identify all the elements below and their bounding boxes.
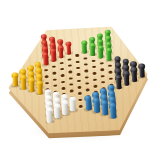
board-hole-empty[interactable]	[53, 72, 57, 75]
peg-black[interactable]	[130, 67, 138, 82]
peg-body	[20, 79, 26, 90]
peg-body	[37, 84, 43, 95]
peg-body	[43, 56, 49, 66]
peg-blue[interactable]	[84, 95, 92, 111]
board-hole-empty[interactable]	[77, 73, 81, 76]
peg-body	[12, 76, 18, 87]
peg-blue[interactable]	[109, 102, 117, 118]
board-hole-empty[interactable]	[85, 76, 89, 79]
board-hole-empty[interactable]	[84, 70, 88, 73]
board-hole-empty[interactable]	[62, 87, 66, 90]
peg-red[interactable]	[42, 52, 49, 66]
peg-blue[interactable]	[93, 97, 101, 113]
peg-green[interactable]	[89, 43, 96, 57]
peg-red[interactable]	[50, 48, 57, 62]
board-hole-empty[interactable]	[93, 72, 97, 75]
board-hole-empty[interactable]	[100, 69, 104, 72]
peg-body	[98, 49, 104, 59]
peg-red[interactable]	[57, 45, 64, 59]
peg-yellow[interactable]	[19, 75, 27, 90]
peg-green[interactable]	[97, 45, 104, 59]
peg-black[interactable]	[123, 71, 131, 86]
peg-body	[62, 104, 68, 116]
peg-blue[interactable]	[101, 100, 109, 116]
peg-body	[93, 101, 99, 113]
peg-body	[46, 111, 53, 123]
board-hole-empty[interactable]	[53, 78, 57, 81]
peg-body	[110, 107, 117, 119]
board-hole-empty[interactable]	[77, 86, 81, 89]
board-inner	[0, 19, 150, 29]
peg-yellow[interactable]	[28, 78, 36, 93]
board-hole-empty[interactable]	[84, 57, 88, 60]
board-hole-empty[interactable]	[75, 54, 79, 57]
board-hole-empty[interactable]	[86, 88, 90, 91]
peg-body	[85, 99, 91, 111]
peg-red[interactable]	[65, 41, 72, 54]
peg-body	[54, 107, 61, 119]
peg-body	[82, 44, 88, 54]
peg-white[interactable]	[45, 107, 53, 123]
peg-green[interactable]	[81, 40, 88, 53]
peg-body	[90, 46, 96, 56]
peg-white[interactable]	[69, 96, 77, 112]
peg-green[interactable]	[105, 48, 112, 62]
peg-body	[106, 51, 112, 61]
board-hole-empty[interactable]	[61, 74, 65, 77]
board-hole-empty[interactable]	[108, 71, 112, 74]
peg-body	[51, 52, 57, 62]
peg-body	[70, 100, 76, 112]
peg-body	[28, 81, 34, 92]
board-hole-empty[interactable]	[79, 105, 83, 108]
peg-body	[139, 67, 145, 78]
chinese-checkers-photo	[0, 0, 160, 160]
board-hole-empty[interactable]	[69, 77, 73, 80]
board-hole-empty[interactable]	[45, 76, 49, 79]
board-hole-empty[interactable]	[93, 85, 97, 88]
board-hole-empty[interactable]	[101, 75, 105, 78]
peg-yellow[interactable]	[11, 73, 19, 88]
peg-body	[102, 104, 109, 116]
peg-body	[66, 45, 72, 55]
peg-black[interactable]	[138, 64, 146, 79]
peg-black[interactable]	[115, 74, 123, 89]
peg-yellow[interactable]	[36, 80, 44, 95]
board-hole-empty[interactable]	[68, 58, 72, 61]
chinese-checkers-board	[0, 19, 158, 143]
board-hole-empty[interactable]	[70, 90, 74, 93]
peg-white[interactable]	[53, 103, 61, 119]
peg-white[interactable]	[61, 100, 69, 116]
board-hole-empty[interactable]	[69, 71, 73, 74]
peg-body	[131, 71, 137, 82]
